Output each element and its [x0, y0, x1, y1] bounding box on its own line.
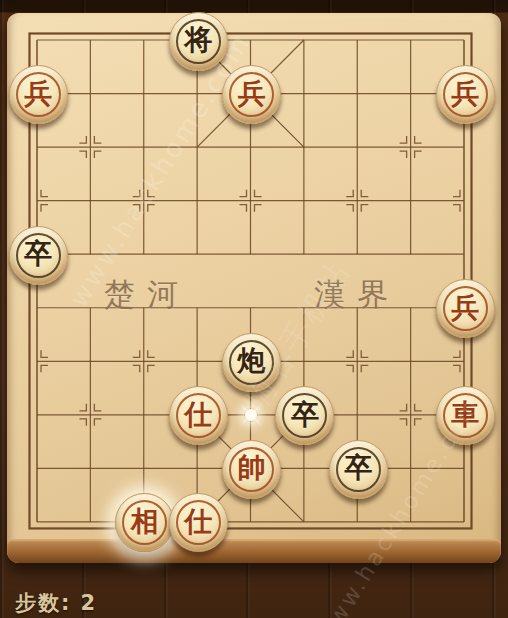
- piece-character: 炮: [238, 347, 266, 375]
- piece-red-兵[interactable]: 兵: [9, 65, 68, 124]
- piece-character: 兵: [451, 80, 479, 108]
- piece-character: 兵: [238, 80, 266, 108]
- piece-character: 卒: [291, 401, 319, 429]
- piece-red-仕[interactable]: 仕: [169, 493, 228, 552]
- piece-red-兵[interactable]: 兵: [436, 279, 495, 338]
- piece-character: 将: [184, 26, 212, 54]
- piece-character: 仕: [184, 508, 212, 536]
- river-label-left: 楚河: [104, 274, 190, 316]
- piece-black-将[interactable]: 将: [169, 12, 228, 71]
- piece-character: 車: [451, 401, 479, 429]
- piece-character: 相: [131, 508, 159, 536]
- piece-red-車[interactable]: 車: [436, 386, 495, 445]
- piece-character: 卒: [24, 240, 52, 268]
- move-counter-label: 步数:: [15, 591, 71, 615]
- piece-black-炮[interactable]: 炮: [222, 333, 281, 392]
- piece-red-兵[interactable]: 兵: [436, 65, 495, 124]
- piece-black-卒[interactable]: 卒: [329, 440, 388, 499]
- piece-character: 兵: [451, 294, 479, 322]
- move-counter: 步数:2: [15, 589, 97, 617]
- last-move-origin-marker: [244, 408, 258, 422]
- river-label-right: 漢界: [314, 274, 400, 316]
- piece-character: 帥: [238, 454, 266, 482]
- move-counter-value: 2: [80, 591, 97, 615]
- piece-red-仕[interactable]: 仕: [169, 386, 228, 445]
- game-screen: 楚河 漢界 将兵兵兵卒兵炮仕卒車帥卒相仕 www.hackhome.com 嗨客…: [0, 0, 508, 618]
- piece-black-卒[interactable]: 卒: [9, 226, 68, 285]
- piece-character: 卒: [344, 454, 372, 482]
- piece-red-兵[interactable]: 兵: [222, 65, 281, 124]
- piece-character: 仕: [184, 401, 212, 429]
- piece-red-帥[interactable]: 帥: [222, 440, 281, 499]
- piece-character: 兵: [24, 80, 52, 108]
